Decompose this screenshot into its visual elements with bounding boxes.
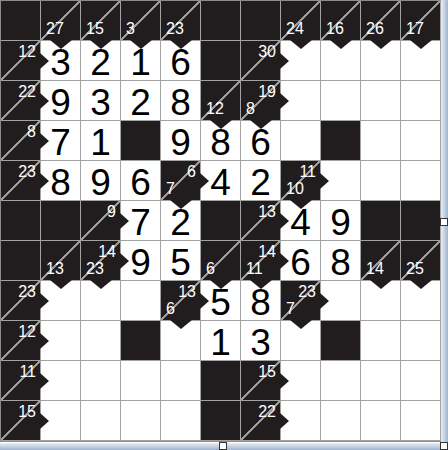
cell-r5c9 [361, 201, 401, 241]
cell-r3c9[interactable] [361, 121, 401, 161]
across-clue: 13 [258, 204, 276, 220]
across-arrow-icon [280, 373, 289, 389]
down-arrow-icon [330, 40, 352, 49]
down-arrow-icon [410, 40, 432, 49]
across-clue: 22 [258, 404, 276, 420]
cell-r4c6[interactable]: 2 [241, 161, 281, 201]
cell-r6c2: 1423 [81, 241, 121, 281]
across-clue: 9 [107, 204, 116, 220]
cell-r0c6 [241, 1, 281, 41]
cell-r10c6: 22 [241, 401, 281, 441]
across-clue: 12 [18, 44, 36, 60]
cell-r8c8 [321, 321, 361, 361]
down-arrow-icon [170, 200, 192, 209]
cell-r6c4[interactable]: 5 [161, 241, 201, 281]
cell-r9c6: 15 [241, 361, 281, 401]
cell-r2c6: 198 [241, 81, 281, 121]
cell-r9c5 [201, 361, 241, 401]
across-arrow-icon [40, 93, 49, 109]
down-arrow-icon [290, 40, 312, 49]
cell-r6c9: 14 [361, 241, 401, 281]
down-clue: 27 [46, 21, 64, 37]
cell-r9c8[interactable] [321, 361, 361, 401]
cell-r8c5[interactable]: 1 [201, 321, 241, 361]
cell-r0c0 [1, 1, 41, 41]
cell-r10c9[interactable] [361, 401, 401, 441]
cell-r10c10[interactable] [401, 401, 441, 441]
cell-r2c9[interactable] [361, 81, 401, 121]
across-clue: 15 [258, 364, 276, 380]
across-arrow-icon [40, 413, 49, 429]
cell-r0c7: 24 [281, 1, 321, 41]
cell-r3c2[interactable]: 1 [81, 121, 121, 161]
down-clue: 16 [326, 21, 344, 37]
across-clue: 6 [187, 164, 196, 180]
cell-r6c6: 1411 [241, 241, 281, 281]
across-arrow-icon [280, 53, 289, 69]
cell-r9c10[interactable] [401, 361, 441, 401]
across-clue: 30 [258, 44, 276, 60]
across-clue: 22 [18, 84, 36, 100]
down-arrow-icon [50, 40, 72, 49]
cell-r0c5 [201, 1, 241, 41]
across-arrow-icon [120, 253, 129, 269]
down-clue: 24 [286, 21, 304, 37]
cell-r10c5 [201, 401, 241, 441]
cell-r2c5: 12 [201, 81, 241, 121]
cell-digit: 9 [321, 201, 360, 242]
across-arrow-icon [280, 93, 289, 109]
across-arrow-icon [40, 173, 49, 189]
across-arrow-icon [40, 373, 49, 389]
down-clue: 7 [166, 181, 175, 197]
down-arrow-icon [210, 120, 232, 129]
across-clue: 13 [178, 284, 196, 300]
down-clue: 23 [166, 21, 184, 37]
across-arrow-icon [280, 213, 289, 229]
cell-r4c10[interactable] [401, 161, 441, 201]
cell-r6c5: 6 [201, 241, 241, 281]
cell-r0c10: 17 [401, 1, 441, 41]
cell-digit: 2 [241, 161, 280, 202]
across-arrow-icon [40, 333, 49, 349]
cell-r5c2: 9 [81, 201, 121, 241]
cell-r4c2[interactable]: 9 [81, 161, 121, 201]
across-arrow-icon [40, 53, 49, 69]
down-clue: 25 [406, 261, 424, 277]
resize-handle-middle-right[interactable] [440, 218, 448, 226]
down-clue: 17 [406, 21, 424, 37]
cell-r9c0: 11 [1, 361, 41, 401]
cell-r1c0: 12 [1, 41, 41, 81]
cell-r0c9: 26 [361, 1, 401, 41]
down-clue: 12 [206, 101, 224, 117]
down-clue: 10 [286, 181, 304, 197]
down-arrow-icon [250, 120, 272, 129]
cell-digit: 9 [81, 161, 120, 202]
cell-r0c4: 23 [161, 1, 201, 41]
down-arrow-icon [250, 280, 272, 289]
down-clue: 6 [206, 261, 215, 277]
cell-r9c2[interactable] [81, 361, 121, 401]
cell-digit: 8 [321, 241, 360, 282]
down-arrow-icon [50, 280, 72, 289]
cell-r2c2[interactable]: 3 [81, 81, 121, 121]
down-clue: 14 [366, 261, 384, 277]
cell-r7c0: 23 [1, 281, 41, 321]
cell-r3c4[interactable]: 9 [161, 121, 201, 161]
cell-digit: 1 [201, 321, 240, 362]
cell-digit: 6 [121, 161, 160, 202]
across-arrow-icon [280, 413, 289, 429]
cell-r5c0 [1, 201, 41, 241]
resize-handle-bottom-right[interactable] [440, 442, 448, 450]
cell-r4c9[interactable] [361, 161, 401, 201]
cell-r0c1: 27 [41, 1, 81, 41]
down-clue: 13 [46, 261, 64, 277]
down-clue: 7 [286, 301, 295, 317]
cell-r9c3[interactable] [121, 361, 161, 401]
cell-r8c2[interactable] [81, 321, 121, 361]
cell-r6c10: 25 [401, 241, 441, 281]
cell-r2c4[interactable]: 8 [161, 81, 201, 121]
cell-digit: 3 [81, 81, 120, 122]
across-arrow-icon [200, 173, 209, 189]
down-clue: 11 [246, 261, 263, 277]
cell-r2c8[interactable] [321, 81, 361, 121]
cell-r10c4[interactable] [161, 401, 201, 441]
cell-digit: 9 [161, 121, 200, 162]
cell-r4c4: 67 [161, 161, 201, 201]
across-clue: 23 [18, 284, 36, 300]
cell-r8c0: 12 [1, 321, 41, 361]
cell-r10c8[interactable] [321, 401, 361, 441]
across-arrow-icon [280, 253, 289, 269]
cell-r1c5 [201, 41, 241, 81]
cell-digit: 3 [241, 321, 280, 362]
cell-r3c8 [321, 121, 361, 161]
across-clue: 23 [18, 164, 36, 180]
cell-r10c0: 15 [1, 401, 41, 441]
across-arrow-icon [40, 293, 49, 309]
down-clue: 23 [86, 261, 104, 277]
cell-r5c6: 13 [241, 201, 281, 241]
down-arrow-icon [130, 40, 152, 49]
cell-r5c5 [201, 201, 241, 241]
across-clue: 8 [27, 124, 36, 140]
across-clue: 11 [19, 364, 36, 380]
cell-r0c3: 3 [121, 1, 161, 41]
cell-r3c0: 8 [1, 121, 41, 161]
cell-r4c7: 1110 [281, 161, 321, 201]
cell-digit: 1 [81, 121, 120, 162]
resize-handle-bottom-center[interactable] [219, 442, 227, 450]
cell-r2c3[interactable]: 2 [121, 81, 161, 121]
cell-r7c7: 237 [281, 281, 321, 321]
down-arrow-icon [290, 200, 312, 209]
cell-r10c3[interactable] [121, 401, 161, 441]
across-clue: 12 [18, 324, 36, 340]
cell-r6c1: 13 [41, 241, 81, 281]
cell-r8c3 [121, 321, 161, 361]
cell-r6c0 [1, 241, 41, 281]
cell-r4c3[interactable]: 6 [121, 161, 161, 201]
down-arrow-icon [370, 280, 392, 289]
cell-digit: 8 [161, 81, 200, 122]
down-arrow-icon [170, 320, 192, 329]
cell-r5c1 [41, 201, 81, 241]
down-clue: 3 [126, 21, 135, 37]
down-arrow-icon [170, 40, 192, 49]
down-clue: 26 [366, 21, 384, 37]
down-arrow-icon [290, 320, 312, 329]
kakuro-board: 2715323241626171232163022932812198871986… [0, 0, 442, 442]
across-clue: 23 [298, 284, 316, 300]
across-clue: 14 [258, 244, 276, 260]
cell-r9c9[interactable] [361, 361, 401, 401]
across-arrow-icon [200, 293, 209, 309]
cell-r6c8[interactable]: 8 [321, 241, 361, 281]
across-clue: 19 [258, 84, 276, 100]
cell-r0c8: 16 [321, 1, 361, 41]
down-clue: 6 [166, 301, 175, 317]
cell-r0c2: 15 [81, 1, 121, 41]
cell-r7c3[interactable] [121, 281, 161, 321]
across-arrow-icon [320, 293, 329, 309]
cell-r3c7[interactable] [281, 121, 321, 161]
cell-r8c10[interactable] [401, 321, 441, 361]
cell-r9c4[interactable] [161, 361, 201, 401]
cell-r8c9[interactable] [361, 321, 401, 361]
cell-r5c10 [401, 201, 441, 241]
cell-r2c10[interactable] [401, 81, 441, 121]
down-arrow-icon [210, 280, 232, 289]
cell-r10c2[interactable] [81, 401, 121, 441]
cell-r1c6: 30 [241, 41, 281, 81]
across-arrow-icon [120, 213, 129, 229]
across-clue: 11 [299, 164, 316, 180]
down-clue: 15 [86, 21, 104, 37]
cell-r3c3 [121, 121, 161, 161]
cell-r4c0: 23 [1, 161, 41, 201]
cell-r5c8[interactable]: 9 [321, 201, 361, 241]
across-arrow-icon [320, 173, 329, 189]
cell-r8c6[interactable]: 3 [241, 321, 281, 361]
cell-digit: 2 [121, 81, 160, 122]
down-arrow-icon [370, 40, 392, 49]
down-arrow-icon [90, 280, 112, 289]
across-arrow-icon [40, 133, 49, 149]
down-arrow-icon [90, 40, 112, 49]
document-canvas: 2715323241626171232163022932812198871986… [0, 0, 448, 450]
cell-r7c4: 136 [161, 281, 201, 321]
down-clue: 8 [246, 101, 255, 117]
across-clue: 14 [98, 244, 116, 260]
cell-r3c10[interactable] [401, 121, 441, 161]
across-clue: 15 [18, 404, 36, 420]
cell-digit: 5 [161, 241, 200, 282]
cell-r2c0: 22 [1, 81, 41, 121]
down-arrow-icon [410, 280, 432, 289]
